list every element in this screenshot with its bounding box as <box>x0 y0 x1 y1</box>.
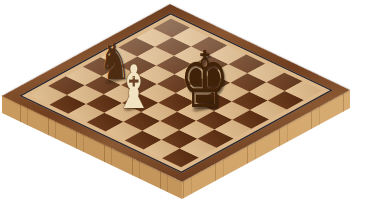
black-king: ♚ <box>179 41 229 119</box>
chess-board: ♞♝♚ <box>2 4 350 181</box>
white-bishop: ♝ <box>114 57 153 117</box>
board-frame: ♞♝♚ <box>2 4 350 181</box>
chessboard-photo: ♞♝♚ <box>0 0 370 199</box>
board-inlay-border: ♞♝♚ <box>19 13 333 173</box>
square-c5: ♝ <box>122 94 158 113</box>
square-e3: ♚ <box>195 92 231 111</box>
board-squares: ♞♝♚ <box>30 19 321 167</box>
